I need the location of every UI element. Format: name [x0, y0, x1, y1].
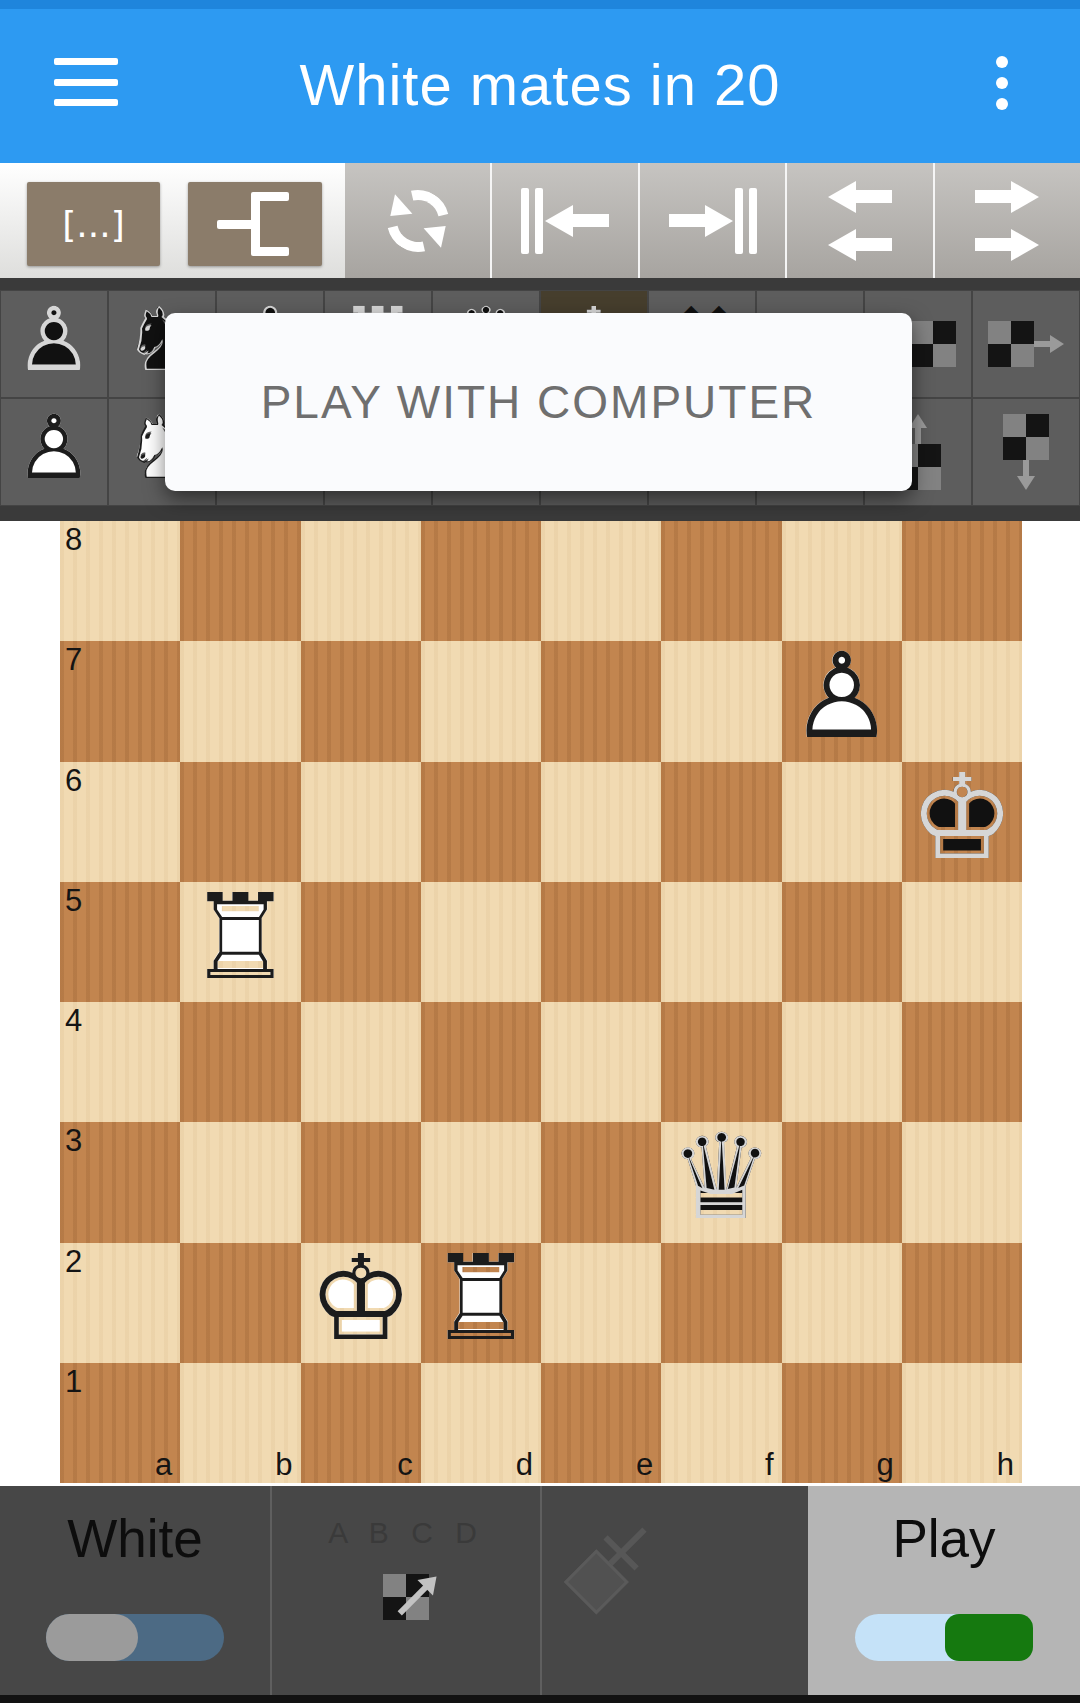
square-e3[interactable]	[541, 1122, 661, 1242]
square-a1[interactable]: 1a	[60, 1363, 180, 1483]
menu-icon[interactable]	[54, 58, 118, 106]
clear-board-section	[540, 1486, 808, 1695]
black-king-h6[interactable]: ♚♔	[902, 762, 1022, 882]
square-f2[interactable]	[661, 1243, 781, 1363]
play-with-computer-button[interactable]: PLAY WITH COMPUTER	[165, 313, 912, 491]
square-e2[interactable]	[541, 1243, 661, 1363]
palette-shift-right-icon[interactable]	[972, 290, 1080, 398]
square-g8[interactable]	[782, 521, 902, 641]
square-h6[interactable]: ♚♔	[902, 762, 1022, 882]
square-f4[interactable]	[661, 1002, 781, 1122]
square-f1[interactable]: f	[661, 1363, 781, 1483]
square-g5[interactable]	[782, 882, 902, 1002]
square-e8[interactable]	[541, 521, 661, 641]
square-f6[interactable]	[661, 762, 781, 882]
square-g7[interactable]: ♟♙	[782, 641, 902, 761]
square-a5[interactable]: 5	[60, 882, 180, 1002]
engine-lines-icon	[217, 192, 293, 256]
file-label-b: b	[275, 1447, 292, 1483]
double-right-arrow-icon	[975, 181, 1039, 261]
square-c6[interactable]	[301, 762, 421, 882]
palette-white-pawn[interactable]: ♟♙	[0, 398, 108, 506]
square-d8[interactable]	[421, 521, 541, 641]
file-label-d: d	[516, 1447, 533, 1483]
square-f3[interactable]: ♛♕	[661, 1122, 781, 1242]
square-a7[interactable]: 7	[60, 641, 180, 761]
take-back-button[interactable]	[785, 163, 932, 278]
square-b6[interactable]	[180, 762, 300, 882]
square-a4[interactable]: 4	[60, 1002, 180, 1122]
nav-strip	[0, 1695, 1080, 1703]
square-g4[interactable]	[782, 1002, 902, 1122]
square-d2[interactable]: ♜♖	[421, 1243, 541, 1363]
file-label-e: e	[636, 1447, 653, 1483]
bottom-bar: White A B C D Play	[0, 1486, 1080, 1695]
double-left-arrow-icon	[828, 181, 892, 261]
square-h4[interactable]	[902, 1002, 1022, 1122]
white-king-c2[interactable]: ♚♔	[301, 1243, 421, 1363]
square-c2[interactable]: ♚♔	[301, 1243, 421, 1363]
rank-label-1: 1	[65, 1364, 82, 1400]
side-toggle[interactable]	[46, 1614, 224, 1661]
square-h2[interactable]	[902, 1243, 1022, 1363]
toolbar: [...]	[0, 163, 1080, 278]
square-d7[interactable]	[421, 641, 541, 761]
square-h8[interactable]	[902, 521, 1022, 641]
rank-label-6: 6	[65, 763, 82, 799]
square-a6[interactable]: 6	[60, 762, 180, 882]
go-to-start-button[interactable]	[490, 163, 637, 278]
square-c1[interactable]: c	[301, 1363, 421, 1483]
play-section: Play	[808, 1486, 1080, 1695]
play-toggle[interactable]	[855, 1614, 1033, 1661]
broom-icon[interactable]	[517, 1487, 687, 1657]
square-b1[interactable]: b	[180, 1363, 300, 1483]
skip-to-end-icon	[669, 188, 757, 254]
skip-to-start-icon	[521, 188, 609, 254]
rank-label-4: 4	[65, 1003, 82, 1039]
square-d1[interactable]: d	[421, 1363, 541, 1483]
square-h3[interactable]	[902, 1122, 1022, 1242]
app-bar: White mates in 20	[0, 0, 1080, 163]
square-g3[interactable]	[782, 1122, 902, 1242]
rank-label-7: 7	[65, 642, 82, 678]
square-b5[interactable]: ♜♖	[180, 882, 300, 1002]
side-to-move-label: White	[0, 1508, 270, 1569]
square-d4[interactable]	[421, 1002, 541, 1122]
square-b4[interactable]	[180, 1002, 300, 1122]
palette-shift-down-icon[interactable]	[972, 398, 1080, 506]
file-label-c: c	[397, 1447, 413, 1483]
square-e1[interactable]: e	[541, 1363, 661, 1483]
screen: White mates in 20 [...]	[0, 0, 1080, 1703]
rank-label-2: 2	[65, 1244, 82, 1280]
square-a8[interactable]: 8	[60, 521, 180, 641]
square-e5[interactable]	[541, 882, 661, 1002]
square-a2[interactable]: 2	[60, 1243, 180, 1363]
play-label: Play	[808, 1508, 1080, 1569]
refresh-icon	[382, 185, 454, 257]
board-zone: 87♟♙6♚♔5♜♖43♛♕2♚♔♜♖1abcdefgh	[0, 521, 1080, 1486]
page-title: White mates in 20	[0, 0, 1080, 163]
side-to-move-section: White	[0, 1486, 270, 1695]
white-rook-d2[interactable]: ♜♖	[421, 1243, 541, 1363]
square-b7[interactable]	[180, 641, 300, 761]
square-e6[interactable]	[541, 762, 661, 882]
square-c8[interactable]	[301, 521, 421, 641]
square-c7[interactable]	[301, 641, 421, 761]
square-d3[interactable]	[421, 1122, 541, 1242]
board-setup-label: A B C D	[272, 1516, 540, 1550]
square-f5[interactable]	[661, 882, 781, 1002]
square-h7[interactable]	[902, 641, 1022, 761]
navigation-toolbar	[345, 163, 1080, 278]
rank-label-8: 8	[65, 522, 82, 558]
flip-refresh-button[interactable]	[345, 163, 490, 278]
file-label-f: f	[765, 1447, 774, 1483]
board-resize-icon[interactable]	[383, 1574, 429, 1620]
square-g6[interactable]	[782, 762, 902, 882]
square-g1[interactable]: g	[782, 1363, 902, 1483]
square-f7[interactable]	[661, 641, 781, 761]
white-pawn-g7[interactable]: ♟♙	[782, 641, 902, 761]
rank-label-3: 3	[65, 1123, 82, 1159]
file-label-a: a	[155, 1447, 172, 1483]
square-c3[interactable]	[301, 1122, 421, 1242]
square-h1[interactable]: h	[902, 1363, 1022, 1483]
square-c4[interactable]	[301, 1002, 421, 1122]
square-d5[interactable]	[421, 882, 541, 1002]
rank-label-5: 5	[65, 883, 82, 919]
forward-button[interactable]	[933, 163, 1080, 278]
square-g2[interactable]	[782, 1243, 902, 1363]
file-label-g: g	[877, 1447, 894, 1483]
square-b3[interactable]	[180, 1122, 300, 1242]
chess-board[interactable]: 87♟♙6♚♔5♜♖43♛♕2♚♔♜♖1abcdefgh	[60, 521, 1022, 1483]
square-b8[interactable]	[180, 521, 300, 641]
square-e4[interactable]	[541, 1002, 661, 1122]
board-setup-section: A B C D	[270, 1486, 540, 1695]
white-rook-b5[interactable]: ♜♖	[180, 882, 300, 1002]
square-b2[interactable]	[180, 1243, 300, 1363]
square-h5[interactable]	[902, 882, 1022, 1002]
palette-black-pawn[interactable]: ♟♙	[0, 290, 108, 398]
file-label-h: h	[997, 1447, 1014, 1483]
moves-list-button[interactable]: [...]	[27, 182, 160, 266]
engine-lines-button[interactable]	[188, 182, 322, 266]
square-a3[interactable]: 3	[60, 1122, 180, 1242]
square-e7[interactable]	[541, 641, 661, 761]
square-c5[interactable]	[301, 882, 421, 1002]
black-queen-f3[interactable]: ♛♕	[661, 1122, 781, 1242]
square-f8[interactable]	[661, 521, 781, 641]
go-to-end-button[interactable]	[638, 163, 785, 278]
overflow-menu-icon[interactable]	[982, 52, 1022, 114]
square-d6[interactable]	[421, 762, 541, 882]
